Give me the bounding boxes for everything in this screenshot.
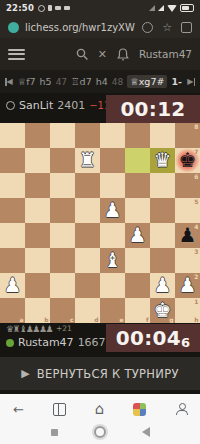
- piece-white-pawn: ♟: [100, 198, 125, 223]
- hamburger-menu-icon[interactable]: [8, 49, 25, 60]
- move-move[interactable]: ♖d7: [71, 76, 92, 87]
- rank-coordinate: 1: [194, 299, 198, 305]
- top-player-bar: SanLit 2401 −11 00:12: [0, 93, 200, 123]
- square-c6[interactable]: [50, 173, 75, 198]
- square-d8[interactable]: [75, 123, 100, 148]
- square-e7[interactable]: [100, 148, 125, 173]
- square-h5[interactable]: 5: [175, 198, 200, 223]
- square-e2[interactable]: [100, 273, 125, 298]
- home-icon[interactable]: ⌂: [95, 402, 105, 416]
- move-move[interactable]: h4: [96, 76, 108, 87]
- square-a8[interactable]: [0, 123, 25, 148]
- square-e4[interactable]: [100, 223, 125, 248]
- back-to-tournament-label: ВЕРНУТЬСЯ К ТУРНИРУ: [37, 367, 179, 381]
- captured-pieces: ♛♜♝♟♟♟♟+21: [6, 323, 72, 334]
- move-move[interactable]: ♕f7: [18, 76, 36, 87]
- signal-icon-secondary: [149, 5, 155, 11]
- bottom-player-rating: 1667: [78, 336, 106, 349]
- square-h6[interactable]: 6: [175, 173, 200, 198]
- square-f6[interactable]: [125, 173, 150, 198]
- nav-home-icon[interactable]: [94, 426, 106, 438]
- file-coordinate: e: [119, 317, 123, 323]
- square-d6[interactable]: [75, 173, 100, 198]
- offline-status-icon: [6, 101, 15, 110]
- square-b1[interactable]: b: [25, 298, 50, 323]
- chess-board: 8♜♛♚76♟5♟♟4♝3♟♟♟2abcdef♚g1h: [0, 123, 200, 323]
- square-g6[interactable]: [150, 173, 175, 198]
- rank-coordinate: 5: [194, 199, 198, 205]
- android-nav-bar: [0, 422, 200, 442]
- bottom-player-clock: 00:046: [106, 324, 200, 352]
- square-b2[interactable]: [25, 273, 50, 298]
- square-a2[interactable]: ♟: [0, 273, 25, 298]
- piece-white-pawn: ♟: [0, 273, 25, 298]
- move-current[interactable]: ♕xg7#: [127, 75, 167, 88]
- square-a7[interactable]: [0, 148, 25, 173]
- top-player-clock: 00:12: [106, 95, 200, 123]
- square-f3[interactable]: [125, 248, 150, 273]
- captured-pawn-icon: ♟: [32, 324, 39, 334]
- square-f1[interactable]: f: [125, 298, 150, 323]
- move-list: ♕f7h547♖d7h448♕xg7#1-0: [18, 75, 183, 88]
- square-g5[interactable]: [150, 198, 175, 223]
- battery-saver-icon: [48, 5, 52, 11]
- square-a5[interactable]: [0, 198, 25, 223]
- close-icon[interactable]: ✕: [98, 48, 107, 61]
- nav-back-icon[interactable]: [142, 427, 150, 437]
- bottom-clock-main: 00:04: [116, 326, 181, 350]
- square-a6[interactable]: [0, 173, 25, 198]
- status-icons: [38, 5, 70, 12]
- square-f8[interactable]: [125, 123, 150, 148]
- captured-bishop-icon: ♝: [19, 324, 26, 334]
- file-coordinate: c: [70, 317, 74, 323]
- wifi-icon: [167, 5, 177, 12]
- square-f7[interactable]: [125, 148, 150, 173]
- square-a3[interactable]: [0, 248, 25, 273]
- file-coordinate: g: [169, 317, 173, 323]
- signal-icon: [158, 5, 164, 11]
- square-b8[interactable]: [25, 123, 50, 148]
- last-move-button[interactable]: ▶: [187, 77, 195, 86]
- move-move[interactable]: h5: [40, 76, 52, 87]
- file-coordinate: b: [44, 317, 48, 323]
- square-e8[interactable]: [100, 123, 125, 148]
- url-text[interactable]: lichess.org/hwr1zyXW: [25, 22, 142, 33]
- square-g3[interactable]: [150, 248, 175, 273]
- browser-bottom-bar: ← ⌂: [0, 394, 200, 444]
- online-status-icon: [6, 339, 14, 347]
- square-g1[interactable]: ♚g: [150, 298, 175, 323]
- square-g2[interactable]: ♟: [150, 273, 175, 298]
- browser-address-bar[interactable]: lichess.org/hwr1zyXW ☆: [0, 16, 200, 38]
- bell-icon[interactable]: [117, 48, 129, 61]
- sim-icon: [64, 6, 70, 10]
- move-num: 47: [56, 77, 67, 87]
- square-b3[interactable]: [25, 248, 50, 273]
- square-b6[interactable]: [25, 173, 50, 198]
- bottom-clock-tenths: 6: [181, 335, 190, 350]
- square-h3[interactable]: 3: [175, 248, 200, 273]
- square-c1[interactable]: c: [50, 298, 75, 323]
- square-a1[interactable]: a: [0, 298, 25, 323]
- square-g4[interactable]: [150, 223, 175, 248]
- app-shortcut-icon[interactable]: [133, 403, 146, 416]
- rank-coordinate: 6: [194, 174, 198, 180]
- top-player-rating: 2401: [57, 99, 85, 112]
- tabs-icon[interactable]: [181, 22, 192, 33]
- square-e1[interactable]: e: [100, 298, 125, 323]
- square-e6[interactable]: [100, 173, 125, 198]
- square-d7[interactable]: ♜: [75, 148, 100, 173]
- site-header: ✕ Rustam47: [0, 38, 200, 70]
- back-to-tournament-button[interactable]: ▶ ВЕРНУТЬСЯ К ТУРНИРУ: [0, 357, 200, 390]
- square-g8[interactable]: [150, 123, 175, 148]
- captured-pawn-icon: ♟: [45, 324, 52, 334]
- square-f5[interactable]: [125, 198, 150, 223]
- rank-coordinate: 7: [194, 149, 198, 155]
- file-coordinate: d: [94, 317, 98, 323]
- battery-icon: [180, 4, 194, 12]
- square-a4[interactable]: [0, 223, 25, 248]
- square-b5[interactable]: [25, 198, 50, 223]
- square-e5[interactable]: ♟: [100, 198, 125, 223]
- alarm-icon: [38, 5, 45, 12]
- square-h4[interactable]: ♟4: [175, 223, 200, 248]
- recents-icon[interactable]: [51, 429, 58, 436]
- clock-time: 22:50: [6, 3, 34, 13]
- square-c3[interactable]: [50, 248, 75, 273]
- square-c2[interactable]: [50, 273, 75, 298]
- piece-white-queen: ♛: [150, 148, 175, 173]
- square-d2[interactable]: [75, 273, 100, 298]
- file-coordinate: f: [146, 317, 149, 323]
- captured-pawn-icon: ♟: [39, 324, 46, 334]
- piece-white-rook: ♜: [75, 148, 100, 173]
- profile-icon[interactable]: [175, 403, 187, 415]
- square-h7[interactable]: ♚7: [175, 148, 200, 173]
- captured-rook-icon: ♜: [13, 324, 20, 334]
- rank-coordinate: 8: [194, 124, 198, 130]
- square-d1[interactable]: d: [75, 298, 100, 323]
- rank-coordinate: 3: [194, 249, 198, 255]
- square-f4[interactable]: ♟: [125, 223, 150, 248]
- bottom-player-bar: ♛♜♝♟♟♟♟+21 Rustam47 1667 +12 00:046: [0, 323, 200, 353]
- captured-queen-icon: ♛: [6, 324, 13, 334]
- square-c4[interactable]: [50, 223, 75, 248]
- captured-pawn-icon: ♟: [26, 324, 33, 334]
- play-triangle-icon: ▶: [21, 367, 29, 380]
- square-h1[interactable]: 1h: [175, 298, 200, 323]
- file-coordinate: h: [194, 317, 198, 323]
- search-icon[interactable]: [76, 48, 88, 60]
- piece-white-pawn: ♟: [150, 273, 175, 298]
- square-b4[interactable]: [25, 223, 50, 248]
- video-icon: [55, 6, 61, 10]
- file-coordinate: a: [19, 317, 23, 323]
- square-b7[interactable]: [25, 148, 50, 173]
- site-favicon: [8, 22, 19, 33]
- phone-status-bar: 22:50: [0, 0, 200, 16]
- square-f2[interactable]: [125, 273, 150, 298]
- square-e3[interactable]: ♝: [100, 248, 125, 273]
- status-right: [149, 4, 194, 12]
- material-advantage: +21: [56, 324, 72, 333]
- square-h8[interactable]: 8: [175, 123, 200, 148]
- square-c8[interactable]: [50, 123, 75, 148]
- game-result[interactable]: 1-0: [171, 76, 182, 87]
- bottom-player-name[interactable]: Rustam47: [18, 336, 74, 349]
- reload-icon[interactable]: [142, 22, 153, 33]
- piece-white-pawn: ♟: [125, 223, 150, 248]
- square-c5[interactable]: [50, 198, 75, 223]
- move-list-bar: ◀ ♕f7h547♖d7h448♕xg7#1-0 ▶: [0, 70, 200, 93]
- square-d5[interactable]: [75, 198, 100, 223]
- square-h2[interactable]: ♟2: [175, 273, 200, 298]
- browser-back-icon[interactable]: ←: [13, 402, 24, 417]
- reading-list-icon[interactable]: [53, 403, 66, 416]
- first-move-button[interactable]: ◀: [5, 77, 13, 86]
- square-g7[interactable]: ♛: [150, 148, 175, 173]
- square-d4[interactable]: [75, 223, 100, 248]
- top-player-name[interactable]: SanLit: [19, 99, 53, 112]
- square-d3[interactable]: [75, 248, 100, 273]
- piece-white-bishop: ♝: [100, 248, 125, 273]
- square-c7[interactable]: [50, 148, 75, 173]
- status-left: 22:50: [6, 3, 70, 13]
- rank-coordinate: 2: [194, 274, 198, 280]
- rank-coordinate: 4: [194, 224, 198, 230]
- bookmark-star-icon[interactable]: ☆: [162, 22, 172, 33]
- header-username[interactable]: Rustam47: [139, 48, 192, 60]
- move-num: 48: [112, 77, 123, 87]
